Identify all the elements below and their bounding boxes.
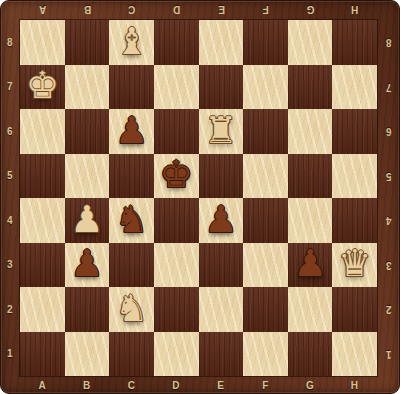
square-a1[interactable] <box>20 332 65 377</box>
rank-label-right-6: 6 <box>377 109 400 154</box>
square-c3[interactable] <box>109 243 154 288</box>
square-a3[interactable] <box>20 243 65 288</box>
square-f1[interactable] <box>243 332 288 377</box>
square-h4[interactable] <box>332 198 377 243</box>
square-a5[interactable] <box>20 154 65 199</box>
square-b8[interactable] <box>65 20 110 65</box>
piece-white-pawn[interactable]: ♟ <box>70 201 103 238</box>
square-f3[interactable] <box>243 243 288 288</box>
square-h2[interactable] <box>332 287 377 332</box>
square-g3[interactable]: ♟ <box>288 243 333 288</box>
rank-label-right-8: 8 <box>377 20 400 65</box>
square-g6[interactable] <box>288 109 333 154</box>
rank-labels-right: 87654321 <box>377 20 400 376</box>
square-e8[interactable] <box>199 20 244 65</box>
square-e3[interactable] <box>199 243 244 288</box>
file-label-bottom-g: G <box>288 376 333 394</box>
square-d4[interactable] <box>154 198 199 243</box>
file-label-top-h: H <box>332 0 377 20</box>
file-label-top-g: G <box>288 0 333 20</box>
file-label-top-e: E <box>199 0 244 20</box>
file-label-bottom-a: A <box>20 376 65 394</box>
piece-black-pawn[interactable]: ♟ <box>115 112 148 149</box>
square-g1[interactable] <box>288 332 333 377</box>
rank-label-left-7: 7 <box>0 65 20 110</box>
square-b3[interactable]: ♟ <box>65 243 110 288</box>
file-labels-top: ABCDEFGH <box>20 0 377 20</box>
rank-label-left-5: 5 <box>0 154 20 199</box>
square-d8[interactable] <box>154 20 199 65</box>
rank-label-left-6: 6 <box>0 109 20 154</box>
square-h6[interactable] <box>332 109 377 154</box>
piece-white-rook[interactable]: ♜ <box>204 112 237 149</box>
square-h8[interactable] <box>332 20 377 65</box>
rank-label-right-7: 7 <box>377 65 400 110</box>
rank-labels-left: 87654321 <box>0 20 20 376</box>
rank-label-right-2: 2 <box>377 287 400 332</box>
piece-black-knight[interactable]: ♞ <box>115 201 148 238</box>
file-label-top-d: D <box>154 0 199 20</box>
square-b4[interactable]: ♟ <box>65 198 110 243</box>
square-c1[interactable] <box>109 332 154 377</box>
file-labels-bottom: ABCDEFGH <box>20 376 377 394</box>
square-f4[interactable] <box>243 198 288 243</box>
rank-label-right-4: 4 <box>377 198 400 243</box>
square-d2[interactable] <box>154 287 199 332</box>
square-h1[interactable] <box>332 332 377 377</box>
square-f2[interactable] <box>243 287 288 332</box>
square-c5[interactable] <box>109 154 154 199</box>
square-b1[interactable] <box>65 332 110 377</box>
square-d1[interactable] <box>154 332 199 377</box>
square-d3[interactable] <box>154 243 199 288</box>
square-b2[interactable] <box>65 287 110 332</box>
file-label-top-b: B <box>65 0 110 20</box>
square-g7[interactable] <box>288 65 333 110</box>
piece-black-pawn[interactable]: ♟ <box>293 245 326 282</box>
square-g2[interactable] <box>288 287 333 332</box>
square-a8[interactable] <box>20 20 65 65</box>
square-a6[interactable] <box>20 109 65 154</box>
square-c4[interactable]: ♞ <box>109 198 154 243</box>
piece-white-queen[interactable]: ♛ <box>338 245 371 282</box>
square-c8[interactable]: ♝ <box>109 20 154 65</box>
square-f8[interactable] <box>243 20 288 65</box>
square-f7[interactable] <box>243 65 288 110</box>
file-label-bottom-h: H <box>332 376 377 394</box>
square-e1[interactable] <box>199 332 244 377</box>
file-label-bottom-b: B <box>65 376 110 394</box>
square-e7[interactable] <box>199 65 244 110</box>
square-g8[interactable] <box>288 20 333 65</box>
piece-white-king[interactable]: ♚ <box>26 67 59 104</box>
piece-white-knight[interactable]: ♞ <box>115 290 148 327</box>
square-b5[interactable] <box>65 154 110 199</box>
square-h5[interactable] <box>332 154 377 199</box>
rank-label-left-3: 3 <box>0 243 20 288</box>
square-d6[interactable] <box>154 109 199 154</box>
piece-black-king[interactable]: ♚ <box>160 156 193 193</box>
square-e5[interactable] <box>199 154 244 199</box>
rank-label-right-3: 3 <box>377 243 400 288</box>
chess-board: ♝♚♟♜♚♟♞♟♟♟♛♞ <box>20 20 377 376</box>
file-label-top-a: A <box>20 0 65 20</box>
square-d5[interactable]: ♚ <box>154 154 199 199</box>
piece-black-pawn[interactable]: ♟ <box>204 201 237 238</box>
square-f6[interactable] <box>243 109 288 154</box>
square-b7[interactable] <box>65 65 110 110</box>
square-a2[interactable] <box>20 287 65 332</box>
rank-label-right-1: 1 <box>377 332 400 377</box>
file-label-bottom-f: F <box>243 376 288 394</box>
file-label-bottom-e: E <box>199 376 244 394</box>
square-g5[interactable] <box>288 154 333 199</box>
square-d7[interactable] <box>154 65 199 110</box>
file-label-bottom-d: D <box>154 376 199 394</box>
square-a4[interactable] <box>20 198 65 243</box>
rank-label-left-4: 4 <box>0 198 20 243</box>
rank-label-left-8: 8 <box>0 20 20 65</box>
square-h7[interactable] <box>332 65 377 110</box>
chessboard-app: ABCDEFGH 87654321 87654321 ABCDEFGH ♝♚♟♜… <box>0 0 400 394</box>
square-g4[interactable] <box>288 198 333 243</box>
square-e2[interactable] <box>199 287 244 332</box>
square-h3[interactable]: ♛ <box>332 243 377 288</box>
file-label-bottom-c: C <box>109 376 154 394</box>
square-e6[interactable]: ♜ <box>199 109 244 154</box>
square-c6[interactable]: ♟ <box>109 109 154 154</box>
square-c2[interactable]: ♞ <box>109 287 154 332</box>
square-a7[interactable]: ♚ <box>20 65 65 110</box>
piece-black-pawn[interactable]: ♟ <box>70 245 103 282</box>
square-e4[interactable]: ♟ <box>199 198 244 243</box>
square-c7[interactable] <box>109 65 154 110</box>
rank-label-left-1: 1 <box>0 332 20 377</box>
square-f5[interactable] <box>243 154 288 199</box>
rank-label-left-2: 2 <box>0 287 20 332</box>
piece-white-bishop[interactable]: ♝ <box>115 23 148 60</box>
file-label-top-c: C <box>109 0 154 20</box>
square-b6[interactable] <box>65 109 110 154</box>
rank-label-right-5: 5 <box>377 154 400 199</box>
file-label-top-f: F <box>243 0 288 20</box>
